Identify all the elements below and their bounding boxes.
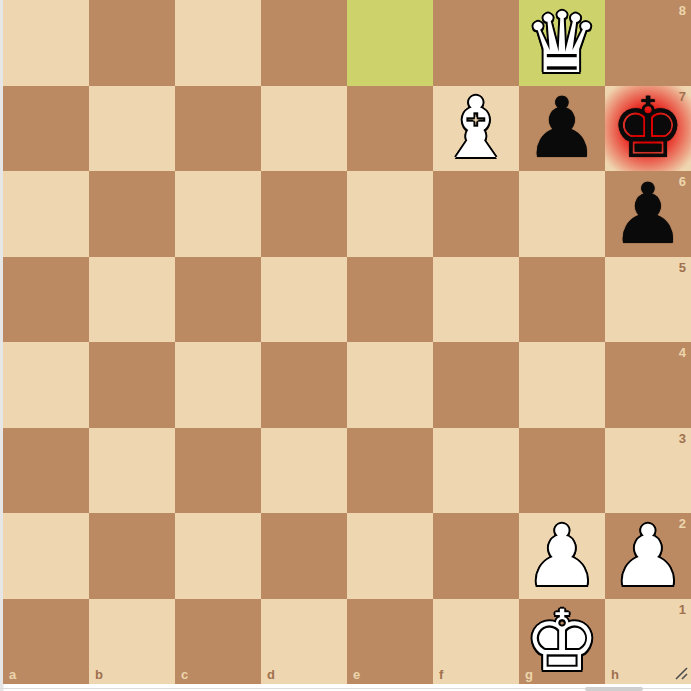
rank-label-1: 1 [679,602,686,617]
square-e5[interactable] [347,257,433,343]
square-d2[interactable] [261,513,347,599]
square-d4[interactable] [261,342,347,428]
rank-label-4: 4 [679,345,686,360]
square-f7[interactable]: ♝ [433,86,519,172]
square-f1[interactable]: f [433,599,519,685]
square-e2[interactable] [347,513,433,599]
square-c1[interactable]: c [175,599,261,685]
square-f4[interactable] [433,342,519,428]
square-g6[interactable] [519,171,605,257]
square-h2[interactable]: ♟2 [605,513,691,599]
square-f8[interactable] [433,0,519,86]
square-e8[interactable] [347,0,433,86]
file-label-e: e [353,667,360,682]
file-label-c: c [181,667,188,682]
square-h4[interactable]: 4 [605,342,691,428]
square-h7[interactable]: ♚7 [605,86,691,172]
square-b1[interactable]: b [89,599,175,685]
square-g4[interactable] [519,342,605,428]
file-label-d: d [267,667,275,682]
square-a1[interactable]: a [3,599,89,685]
square-c4[interactable] [175,342,261,428]
square-e1[interactable]: e [347,599,433,685]
square-f2[interactable] [433,513,519,599]
square-d7[interactable] [261,86,347,172]
white-bishop[interactable]: ♝ [433,86,519,172]
square-e6[interactable] [347,171,433,257]
square-b7[interactable] [89,86,175,172]
square-c7[interactable] [175,86,261,172]
square-e3[interactable] [347,428,433,514]
square-a2[interactable] [3,513,89,599]
rank-label-7: 7 [679,89,686,104]
square-h3[interactable]: 3 [605,428,691,514]
file-label-b: b [95,667,103,682]
square-b2[interactable] [89,513,175,599]
square-d8[interactable] [261,0,347,86]
square-g3[interactable] [519,428,605,514]
chess-board[interactable]: ♛8♝♟♚7♟6543♟♟2abcdef♚g1h [3,0,691,684]
square-f3[interactable] [433,428,519,514]
square-e4[interactable] [347,342,433,428]
square-g5[interactable] [519,257,605,343]
file-label-h: h [611,667,619,682]
rank-label-3: 3 [679,431,686,446]
file-label-f: f [439,667,443,682]
square-f6[interactable] [433,171,519,257]
white-pawn[interactable]: ♟ [519,513,605,599]
square-e7[interactable] [347,86,433,172]
square-b4[interactable] [89,342,175,428]
square-g7[interactable]: ♟ [519,86,605,172]
square-h8[interactable]: 8 [605,0,691,86]
square-g1[interactable]: ♚g [519,599,605,685]
black-pawn[interactable]: ♟ [519,86,605,172]
square-d5[interactable] [261,257,347,343]
rank-label-6: 6 [679,174,686,189]
square-a3[interactable] [3,428,89,514]
square-b8[interactable] [89,0,175,86]
square-f5[interactable] [433,257,519,343]
square-c6[interactable] [175,171,261,257]
square-d6[interactable] [261,171,347,257]
square-d3[interactable] [261,428,347,514]
rank-label-5: 5 [679,260,686,275]
file-label-a: a [9,667,16,682]
square-b6[interactable] [89,171,175,257]
square-d1[interactable]: d [261,599,347,685]
square-g2[interactable]: ♟ [519,513,605,599]
file-label-g: g [525,667,533,682]
square-a8[interactable] [3,0,89,86]
square-a4[interactable] [3,342,89,428]
square-c2[interactable] [175,513,261,599]
square-b5[interactable] [89,257,175,343]
square-h5[interactable]: 5 [605,257,691,343]
square-a6[interactable] [3,171,89,257]
square-b3[interactable] [89,428,175,514]
board-resize-handle-icon[interactable] [674,667,688,681]
square-a7[interactable] [3,86,89,172]
square-h6[interactable]: ♟6 [605,171,691,257]
white-queen[interactable]: ♛ [519,0,605,86]
square-c5[interactable] [175,257,261,343]
square-c3[interactable] [175,428,261,514]
square-c8[interactable] [175,0,261,86]
rank-label-2: 2 [679,516,686,531]
square-g8[interactable]: ♛ [519,0,605,86]
square-a5[interactable] [3,257,89,343]
rank-label-8: 8 [679,3,686,18]
